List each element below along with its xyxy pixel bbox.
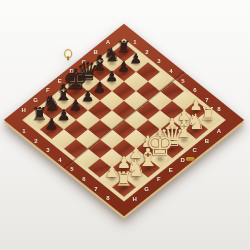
rank-label: 7 bbox=[205, 96, 208, 102]
chess-board: ♜♟♟♜♞♟♟♞♝♟♟♝♛♟♟♛♚♟♟♚♝♟♟♝♞♟♟♞♜♟♟♜ 11AA22B… bbox=[4, 24, 244, 216]
piece-glyph: ♟ bbox=[57, 107, 70, 122]
file-label: C bbox=[193, 147, 197, 153]
rank-label: 3 bbox=[157, 58, 160, 64]
rank-label: 7 bbox=[94, 185, 97, 191]
piece-glyph: ♜ bbox=[115, 169, 133, 189]
brass-hook-stem bbox=[67, 56, 69, 60]
file-label: H bbox=[21, 106, 25, 112]
photo-background: ♜♟♟♜♞♟♟♞♝♟♟♝♛♟♟♛♚♟♟♚♝♟♟♝♞♟♟♞♜♟♟♜ 11AA22B… bbox=[0, 0, 250, 250]
piece-glyph: ♟ bbox=[106, 70, 118, 84]
rank-label: 3 bbox=[46, 147, 49, 153]
file-label: A bbox=[217, 128, 221, 134]
board-shadow: ♜♟♟♜♞♟♟♞♝♟♟♝♛♟♟♛♚♟♟♚♝♟♟♝♞♟♟♞♜♟♟♜ 11AA22B… bbox=[39, 35, 209, 205]
file-label: F bbox=[157, 176, 161, 182]
rank-label: 1 bbox=[133, 39, 136, 45]
piece-glyph: ♟ bbox=[94, 79, 107, 93]
rank-label: 5 bbox=[181, 77, 184, 83]
rank-label: 4 bbox=[58, 156, 61, 162]
piece-glyph: ♟ bbox=[130, 51, 142, 64]
rank-label: 8 bbox=[217, 106, 220, 112]
file-label: B bbox=[205, 137, 209, 143]
rank-label: 5 bbox=[70, 166, 73, 172]
file-label: H bbox=[133, 195, 137, 201]
piece-glyph: ♟ bbox=[69, 98, 82, 113]
rank-label: 2 bbox=[145, 48, 148, 54]
piece-glyph: ♟ bbox=[81, 88, 94, 102]
rank-label: 6 bbox=[193, 87, 196, 93]
file-label: G bbox=[144, 185, 149, 191]
rank-label: 6 bbox=[82, 175, 85, 181]
file-label: D bbox=[181, 157, 185, 163]
rank-label: 8 bbox=[106, 195, 109, 201]
file-label: E bbox=[169, 166, 173, 172]
rank-label: 4 bbox=[169, 67, 172, 73]
piece-glyph: ♟ bbox=[45, 117, 59, 132]
rank-label: 1 bbox=[22, 127, 25, 133]
piece-glyph: ♟ bbox=[118, 60, 130, 74]
rank-label: 2 bbox=[34, 137, 37, 143]
